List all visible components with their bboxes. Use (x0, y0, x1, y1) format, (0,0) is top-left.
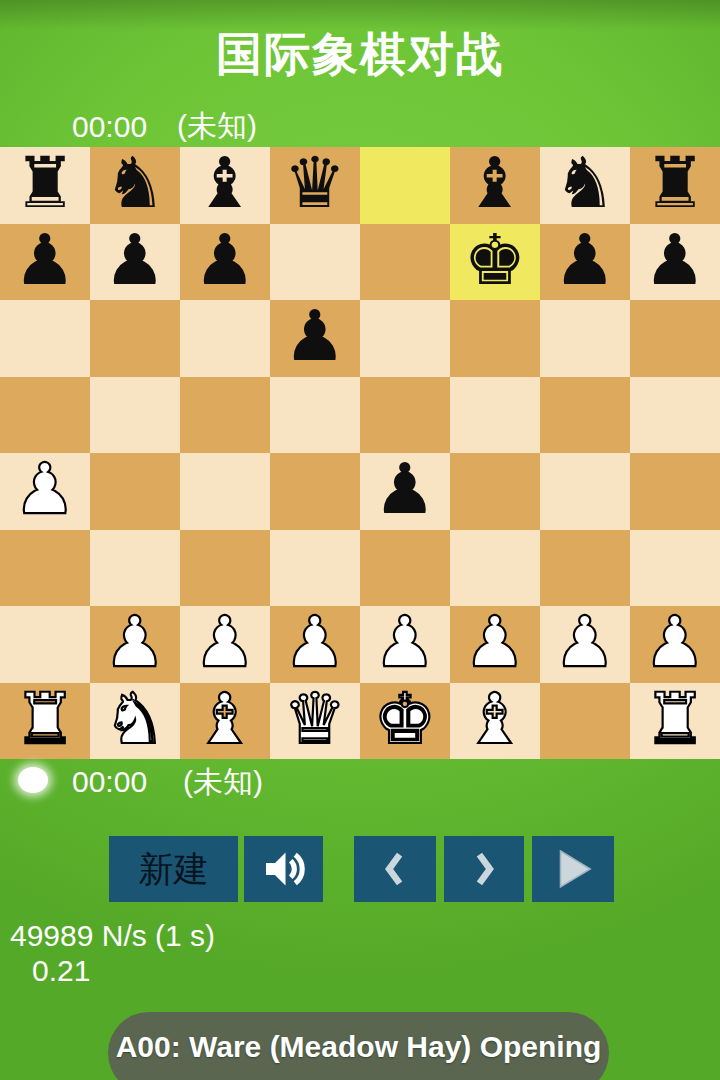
white-pawn: ♟ (464, 607, 527, 677)
square-a4[interactable]: ♟ (0, 453, 90, 530)
square-e7[interactable] (360, 224, 450, 301)
square-f7[interactable]: ♚ (450, 224, 540, 301)
opponent-clock-time: 00:00 (72, 110, 147, 144)
square-g5[interactable] (540, 377, 630, 454)
square-b3[interactable] (90, 530, 180, 607)
square-a7[interactable]: ♟ (0, 224, 90, 301)
white-pawn: ♟ (284, 607, 347, 677)
square-g2[interactable]: ♟ (540, 606, 630, 683)
square-g4[interactable] (540, 453, 630, 530)
square-c4[interactable] (180, 453, 270, 530)
white-pawn: ♟ (14, 454, 77, 524)
white-queen: ♛ (284, 684, 347, 754)
engine-stats: 49989 N/s (1 s) 0.21 (10, 918, 215, 988)
sound-button[interactable] (244, 836, 323, 902)
square-c2[interactable]: ♟ (180, 606, 270, 683)
black-pawn: ♟ (194, 225, 257, 295)
square-e3[interactable] (360, 530, 450, 607)
square-b2[interactable]: ♟ (90, 606, 180, 683)
square-c1[interactable]: ♝ (180, 683, 270, 760)
square-b6[interactable] (90, 300, 180, 377)
square-e4[interactable]: ♟ (360, 453, 450, 530)
chess-board[interactable]: ♜♞♝♛♝♞♜♟♟♟♚♟♟♟♟♟♟♟♟♟♟♟♟♜♞♝♛♚♝♜ (0, 147, 720, 759)
black-bishop: ♝ (464, 148, 527, 218)
square-c3[interactable] (180, 530, 270, 607)
next-move-button[interactable] (444, 836, 524, 902)
square-b5[interactable] (90, 377, 180, 454)
square-d8[interactable]: ♛ (270, 147, 360, 224)
square-g6[interactable] (540, 300, 630, 377)
black-knight: ♞ (554, 148, 617, 218)
new-game-button[interactable]: 新建 (109, 836, 238, 902)
square-g3[interactable] (540, 530, 630, 607)
black-pawn: ♟ (644, 225, 707, 295)
black-queen: ♛ (284, 148, 347, 218)
square-h5[interactable] (630, 377, 720, 454)
white-pawn: ♟ (194, 607, 257, 677)
black-pawn: ♟ (374, 454, 437, 524)
square-c8[interactable]: ♝ (180, 147, 270, 224)
square-d7[interactable] (270, 224, 360, 301)
page-title: 国际象棋对战 (0, 24, 720, 86)
engine-speed: 49989 N/s (1 s) (10, 918, 215, 953)
square-e1[interactable]: ♚ (360, 683, 450, 760)
black-rook: ♜ (644, 148, 707, 218)
white-rook: ♜ (644, 684, 707, 754)
square-e2[interactable]: ♟ (360, 606, 450, 683)
square-f4[interactable] (450, 453, 540, 530)
square-f5[interactable] (450, 377, 540, 454)
square-h2[interactable]: ♟ (630, 606, 720, 683)
square-d2[interactable]: ♟ (270, 606, 360, 683)
black-pawn: ♟ (104, 225, 167, 295)
square-b8[interactable]: ♞ (90, 147, 180, 224)
black-pawn: ♟ (14, 225, 77, 295)
white-pawn: ♟ (374, 607, 437, 677)
play-icon (548, 844, 598, 894)
opening-name: A00: Ware (Meadow Hay) Opening (116, 1030, 602, 1080)
player-name: (未知) (183, 762, 263, 803)
black-rook: ♜ (14, 148, 77, 218)
square-f8[interactable]: ♝ (450, 147, 540, 224)
square-f6[interactable] (450, 300, 540, 377)
speaker-icon (260, 845, 308, 893)
engine-eval: 0.21 (10, 953, 215, 988)
black-knight: ♞ (104, 148, 167, 218)
square-g1[interactable] (540, 683, 630, 760)
square-e5[interactable] (360, 377, 450, 454)
square-d1[interactable]: ♛ (270, 683, 360, 760)
white-bishop: ♝ (194, 684, 257, 754)
square-f2[interactable]: ♟ (450, 606, 540, 683)
black-pawn: ♟ (284, 301, 347, 371)
square-a2[interactable] (0, 606, 90, 683)
black-king: ♚ (464, 225, 527, 295)
square-a6[interactable] (0, 300, 90, 377)
square-h4[interactable] (630, 453, 720, 530)
square-h7[interactable]: ♟ (630, 224, 720, 301)
square-d5[interactable] (270, 377, 360, 454)
app-screen: 国际象棋对战 00:00 (未知) ♜♞♝♛♝♞♜♟♟♟♚♟♟♟♟♟♟♟♟♟♟♟… (0, 0, 720, 1080)
square-g7[interactable]: ♟ (540, 224, 630, 301)
control-bar: 新建 (0, 836, 720, 902)
square-e6[interactable] (360, 300, 450, 377)
play-button[interactable] (532, 836, 614, 902)
square-a3[interactable] (0, 530, 90, 607)
chevron-left-icon (374, 847, 416, 891)
black-bishop: ♝ (194, 148, 257, 218)
player-clock: 00:00 (未知) (0, 764, 720, 800)
square-g8[interactable]: ♞ (540, 147, 630, 224)
square-d4[interactable] (270, 453, 360, 530)
square-f1[interactable]: ♝ (450, 683, 540, 760)
square-h1[interactable]: ♜ (630, 683, 720, 760)
white-rook: ♜ (14, 684, 77, 754)
square-a5[interactable] (0, 377, 90, 454)
square-d6[interactable]: ♟ (270, 300, 360, 377)
square-b4[interactable] (90, 453, 180, 530)
square-b1[interactable]: ♞ (90, 683, 180, 760)
turn-indicator-dot (18, 767, 48, 793)
white-king: ♚ (374, 684, 437, 754)
black-pawn: ♟ (554, 225, 617, 295)
white-pawn: ♟ (554, 607, 617, 677)
opponent-name: (未知) (177, 106, 257, 147)
chevron-right-icon (463, 847, 505, 891)
player-clock-time: 00:00 (72, 765, 147, 799)
square-h3[interactable] (630, 530, 720, 607)
opening-toast: A00: Ware (Meadow Hay) Opening (108, 1012, 609, 1080)
white-pawn: ♟ (104, 607, 167, 677)
square-c5[interactable] (180, 377, 270, 454)
square-f3[interactable] (450, 530, 540, 607)
opponent-clock: 00:00 (未知) (0, 106, 720, 147)
square-c6[interactable] (180, 300, 270, 377)
square-a1[interactable]: ♜ (0, 683, 90, 760)
square-a8[interactable]: ♜ (0, 147, 90, 224)
square-c7[interactable]: ♟ (180, 224, 270, 301)
square-h6[interactable] (630, 300, 720, 377)
square-b7[interactable]: ♟ (90, 224, 180, 301)
white-pawn: ♟ (644, 607, 707, 677)
square-e8[interactable] (360, 147, 450, 224)
white-knight: ♞ (104, 684, 167, 754)
square-h8[interactable]: ♜ (630, 147, 720, 224)
square-d3[interactable] (270, 530, 360, 607)
white-bishop: ♝ (464, 684, 527, 754)
previous-move-button[interactable] (354, 836, 436, 902)
